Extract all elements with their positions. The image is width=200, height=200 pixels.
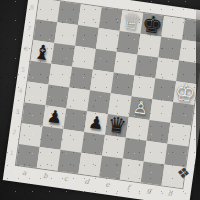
square-d3: ♟ — [84, 111, 108, 135]
board-logo-emblem: ❖ — [172, 162, 195, 185]
square-f8: ♚ — [140, 13, 164, 37]
square-h7 — [179, 40, 200, 64]
square-e8: ♕ — [120, 10, 144, 34]
square-c1 — [58, 150, 82, 174]
piece-white-pawn-f4: ♙ — [132, 99, 149, 118]
square-g4 — [150, 99, 174, 123]
square-h3 — [167, 123, 191, 147]
square-d1 — [78, 153, 102, 177]
board-grid: ♕♚♝♔♙♟♟♛ — [15, 0, 200, 189]
square-g3 — [147, 120, 171, 144]
square-e6 — [114, 52, 138, 76]
square-g1 — [141, 162, 165, 186]
piece-black-king-f8: ♚ — [140, 12, 164, 38]
square-c3 — [63, 108, 87, 132]
square-e5 — [111, 73, 135, 97]
piece-black-pawn-b3: ♟ — [46, 108, 63, 127]
piece-black-bishop-a6: ♝ — [32, 41, 53, 63]
square-d2 — [81, 132, 105, 156]
square-g6 — [155, 58, 179, 82]
square-g8 — [161, 16, 185, 40]
piece-white-king-h5: ♔ — [173, 80, 197, 106]
square-b1 — [37, 147, 61, 171]
square-f4: ♙ — [129, 96, 153, 120]
square-g5 — [152, 78, 176, 102]
square-f1 — [120, 159, 144, 183]
piece-black-queen-e3: ♛ — [106, 114, 128, 137]
chess-board: 87654321 abcdefgh ♕♚♝♔♙♟♟♛ ❖ — [3, 0, 200, 200]
piece-white-queen-e8: ♕ — [121, 10, 143, 33]
square-f6 — [135, 55, 159, 79]
square-f3 — [126, 117, 150, 141]
square-e3: ♛ — [105, 114, 129, 138]
square-h8 — [182, 19, 200, 43]
square-h5: ♔ — [173, 81, 197, 105]
square-c2 — [60, 129, 84, 153]
square-f5 — [132, 75, 156, 99]
square-g7 — [158, 37, 182, 61]
square-f2 — [123, 138, 147, 162]
piece-black-pawn-d3: ♟ — [87, 114, 104, 133]
board-photo: 87654321 abcdefgh ♕♚♝♔♙♟♟♛ ❖ — [0, 0, 200, 200]
square-g2 — [144, 141, 168, 165]
square-d4 — [87, 90, 111, 114]
square-b8 — [57, 1, 81, 25]
square-e1 — [99, 156, 123, 180]
